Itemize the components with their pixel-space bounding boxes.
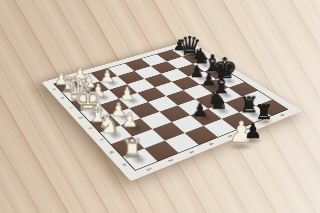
white-rook-icon: ♜ <box>108 137 156 162</box>
black-pawn-icon: ♟ <box>178 101 221 119</box>
scene: abcdefgh12345678 ♟♛♞♝♚♟♟♝♜♞♟♟♟♜♟♟♛♟♚♟♝♟♞… <box>0 0 320 213</box>
piece-white-rook-h1: ♜ <box>123 148 158 170</box>
piece-shadow <box>243 136 262 145</box>
off-board-black-pawn: ♟ <box>241 121 265 141</box>
white-knight-icon: ♞ <box>86 111 131 137</box>
piece-black-pawn-g5: ♟ <box>190 109 221 126</box>
